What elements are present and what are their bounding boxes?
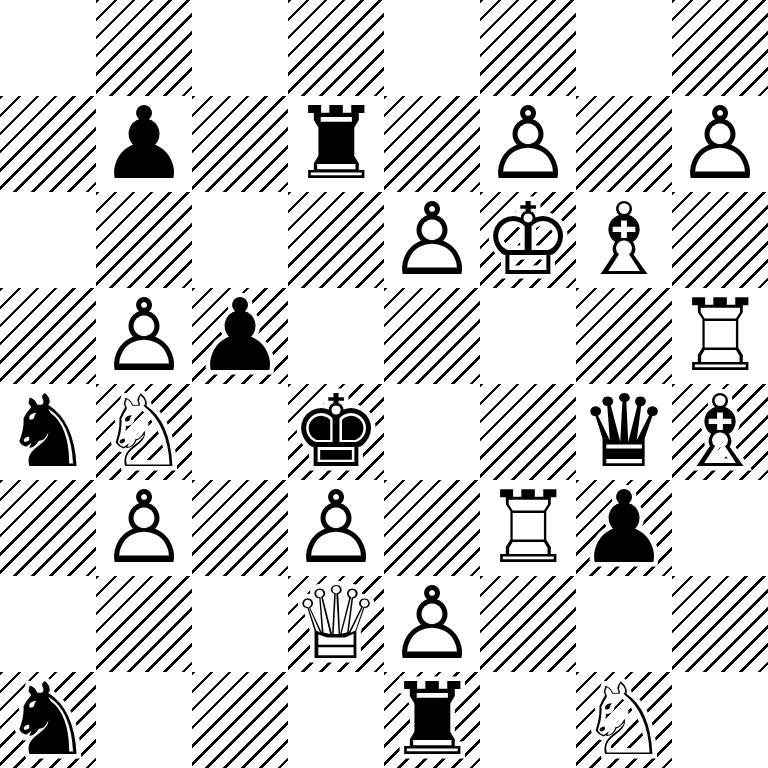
piece-black-knight: ♞ bbox=[0, 384, 96, 480]
square-g2[interactable] bbox=[576, 576, 672, 672]
square-h6[interactable] bbox=[672, 192, 768, 288]
square-h5[interactable]: ♖ bbox=[672, 288, 768, 384]
piece-white-bishop: ♗ bbox=[576, 192, 672, 288]
square-h7[interactable]: ♙ bbox=[672, 96, 768, 192]
square-e7[interactable] bbox=[384, 96, 480, 192]
piece-black-knight: ♞ bbox=[0, 672, 96, 768]
square-b5[interactable]: ♙ bbox=[96, 288, 192, 384]
square-c1[interactable] bbox=[192, 672, 288, 768]
square-a8[interactable] bbox=[0, 0, 96, 96]
chess-board: ♟♜♙♙♙♔♗♙♟♖♞♘♚♛♗♙♙♖♟♕♙♞♜♘ bbox=[0, 0, 768, 768]
square-f6[interactable]: ♔ bbox=[480, 192, 576, 288]
square-h2[interactable] bbox=[672, 576, 768, 672]
square-d2[interactable]: ♕ bbox=[288, 576, 384, 672]
square-a5[interactable] bbox=[0, 288, 96, 384]
square-c7[interactable] bbox=[192, 96, 288, 192]
piece-white-knight: ♘ bbox=[96, 384, 192, 480]
square-h3[interactable] bbox=[672, 480, 768, 576]
piece-white-pawn: ♙ bbox=[384, 576, 480, 672]
piece-white-knight: ♘ bbox=[576, 672, 672, 768]
piece-white-rook: ♖ bbox=[480, 480, 576, 576]
square-d5[interactable] bbox=[288, 288, 384, 384]
piece-white-queen: ♕ bbox=[288, 576, 384, 672]
square-b8[interactable] bbox=[96, 0, 192, 96]
square-e6[interactable]: ♙ bbox=[384, 192, 480, 288]
square-d6[interactable] bbox=[288, 192, 384, 288]
square-g7[interactable] bbox=[576, 96, 672, 192]
square-a6[interactable] bbox=[0, 192, 96, 288]
square-d3[interactable]: ♙ bbox=[288, 480, 384, 576]
square-b4[interactable]: ♘ bbox=[96, 384, 192, 480]
square-a1[interactable]: ♞ bbox=[0, 672, 96, 768]
square-c3[interactable] bbox=[192, 480, 288, 576]
square-c8[interactable] bbox=[192, 0, 288, 96]
piece-black-rook: ♜ bbox=[384, 672, 480, 768]
piece-black-pawn: ♟ bbox=[96, 96, 192, 192]
square-c2[interactable] bbox=[192, 576, 288, 672]
piece-black-king: ♚ bbox=[288, 384, 384, 480]
square-f2[interactable] bbox=[480, 576, 576, 672]
square-c5[interactable]: ♟ bbox=[192, 288, 288, 384]
square-f7[interactable]: ♙ bbox=[480, 96, 576, 192]
piece-black-rook: ♜ bbox=[288, 96, 384, 192]
square-e3[interactable] bbox=[384, 480, 480, 576]
square-g1[interactable]: ♘ bbox=[576, 672, 672, 768]
square-b3[interactable]: ♙ bbox=[96, 480, 192, 576]
piece-white-pawn: ♙ bbox=[288, 480, 384, 576]
square-a2[interactable] bbox=[0, 576, 96, 672]
piece-white-pawn: ♙ bbox=[480, 96, 576, 192]
piece-black-pawn: ♟ bbox=[192, 288, 288, 384]
square-d1[interactable] bbox=[288, 672, 384, 768]
square-a3[interactable] bbox=[0, 480, 96, 576]
square-f4[interactable] bbox=[480, 384, 576, 480]
square-d7[interactable]: ♜ bbox=[288, 96, 384, 192]
square-b7[interactable]: ♟ bbox=[96, 96, 192, 192]
piece-white-pawn: ♙ bbox=[384, 192, 480, 288]
square-f1[interactable] bbox=[480, 672, 576, 768]
square-g4[interactable]: ♛ bbox=[576, 384, 672, 480]
square-b6[interactable] bbox=[96, 192, 192, 288]
square-c6[interactable] bbox=[192, 192, 288, 288]
piece-white-pawn: ♙ bbox=[96, 288, 192, 384]
piece-white-pawn: ♙ bbox=[96, 480, 192, 576]
square-b1[interactable] bbox=[96, 672, 192, 768]
piece-white-bishop: ♗ bbox=[672, 384, 768, 480]
square-h4[interactable]: ♗ bbox=[672, 384, 768, 480]
piece-white-king: ♔ bbox=[480, 192, 576, 288]
piece-black-pawn: ♟ bbox=[576, 480, 672, 576]
square-e2[interactable]: ♙ bbox=[384, 576, 480, 672]
square-b2[interactable] bbox=[96, 576, 192, 672]
square-d4[interactable]: ♚ bbox=[288, 384, 384, 480]
square-f8[interactable] bbox=[480, 0, 576, 96]
square-e5[interactable] bbox=[384, 288, 480, 384]
square-f5[interactable] bbox=[480, 288, 576, 384]
square-a7[interactable] bbox=[0, 96, 96, 192]
square-g8[interactable] bbox=[576, 0, 672, 96]
piece-white-rook: ♖ bbox=[672, 288, 768, 384]
square-e4[interactable] bbox=[384, 384, 480, 480]
square-d8[interactable] bbox=[288, 0, 384, 96]
square-e1[interactable]: ♜ bbox=[384, 672, 480, 768]
square-c4[interactable] bbox=[192, 384, 288, 480]
square-h8[interactable] bbox=[672, 0, 768, 96]
square-f3[interactable]: ♖ bbox=[480, 480, 576, 576]
square-h1[interactable] bbox=[672, 672, 768, 768]
square-g6[interactable]: ♗ bbox=[576, 192, 672, 288]
square-e8[interactable] bbox=[384, 0, 480, 96]
square-a4[interactable]: ♞ bbox=[0, 384, 96, 480]
piece-black-queen: ♛ bbox=[576, 384, 672, 480]
piece-white-pawn: ♙ bbox=[672, 96, 768, 192]
square-g3[interactable]: ♟ bbox=[576, 480, 672, 576]
square-g5[interactable] bbox=[576, 288, 672, 384]
